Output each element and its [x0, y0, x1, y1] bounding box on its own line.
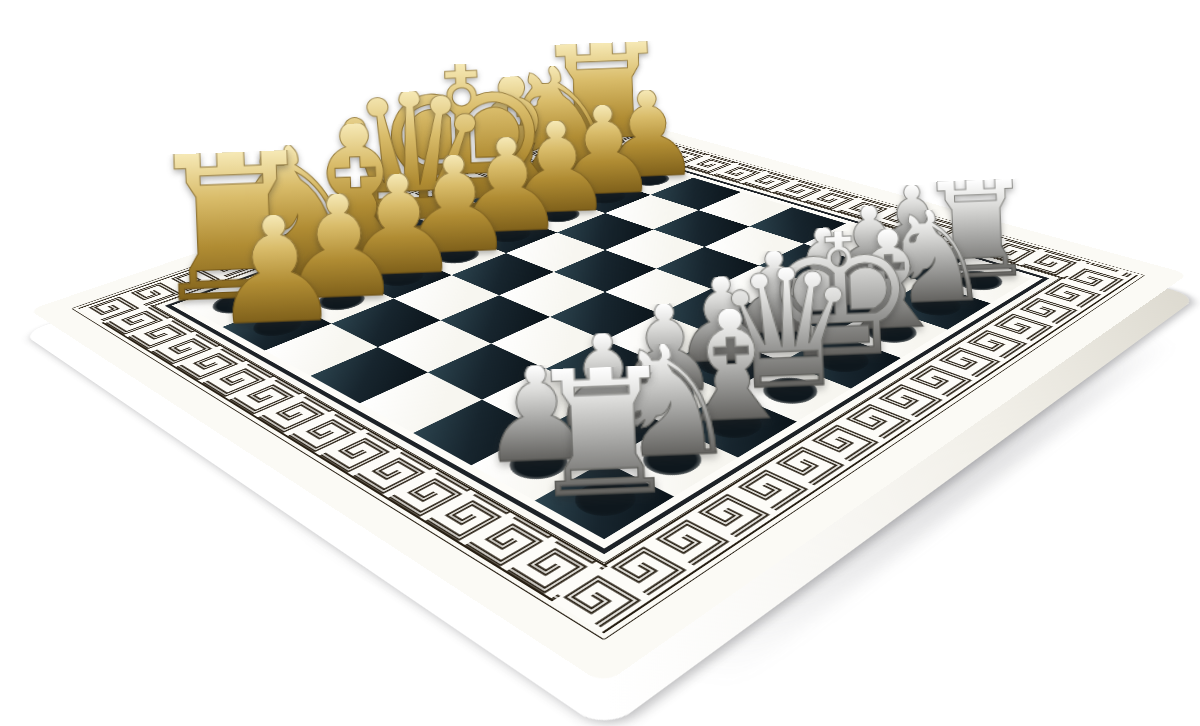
gold-pawn-figure: ♟ [159, 211, 390, 330]
silver-rook-figure: ♜ [455, 362, 749, 505]
silver-rook-icon: ♜ [455, 362, 749, 505]
scene: ♜♞♝♛♚♝♞♜♟♟♟♟♟♟♟♟♟♟♟♟♟♟♟♟♜♞♝♛♚♝♞♜ [0, 0, 1200, 726]
chess-board: ♜♞♝♛♚♝♞♜♟♟♟♟♟♟♟♟♟♟♟♟♟♟♟♟♜♞♝♛♚♝♞♜ [29, 114, 1188, 685]
gold-pawn-icon: ♟ [159, 211, 390, 330]
